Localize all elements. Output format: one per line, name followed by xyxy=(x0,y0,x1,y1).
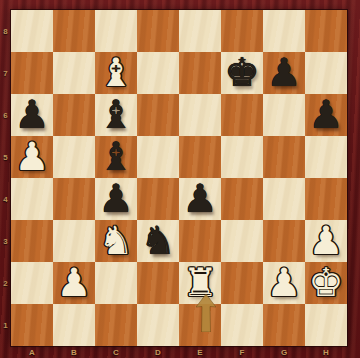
square-h6[interactable]: ♟ xyxy=(305,94,347,136)
rank-label-4: 4 xyxy=(0,178,11,220)
square-f5[interactable] xyxy=(221,136,263,178)
square-e5[interactable] xyxy=(179,136,221,178)
square-c2[interactable] xyxy=(95,262,137,304)
black-pawn[interactable]: ♟ xyxy=(179,178,221,220)
square-c6[interactable]: ♝ xyxy=(95,94,137,136)
white-pawn[interactable]: ♟ xyxy=(53,262,95,304)
square-d6[interactable] xyxy=(137,94,179,136)
square-b2[interactable]: ♟ xyxy=(53,262,95,304)
file-label-f: F xyxy=(221,346,263,358)
square-h7[interactable] xyxy=(305,52,347,94)
square-a1[interactable] xyxy=(11,304,53,346)
square-g3[interactable] xyxy=(263,220,305,262)
square-f8[interactable] xyxy=(221,10,263,52)
file-label-g: G xyxy=(263,346,305,358)
black-pawn[interactable]: ♟ xyxy=(95,178,137,220)
square-h5[interactable] xyxy=(305,136,347,178)
rank-label-1: 1 xyxy=(0,304,11,346)
square-f7[interactable]: ♚ xyxy=(221,52,263,94)
rank-label-3: 3 xyxy=(0,220,11,262)
square-f4[interactable] xyxy=(221,178,263,220)
square-d2[interactable] xyxy=(137,262,179,304)
rank-label-2: 2 xyxy=(0,262,11,304)
white-king[interactable]: ♚ xyxy=(305,262,347,304)
black-pawn[interactable]: ♟ xyxy=(263,52,305,94)
square-f2[interactable] xyxy=(221,262,263,304)
square-h2[interactable]: ♚ xyxy=(305,262,347,304)
square-c8[interactable] xyxy=(95,10,137,52)
white-knight[interactable]: ♞ xyxy=(95,220,137,262)
square-a5[interactable]: ♟ xyxy=(11,136,53,178)
square-d4[interactable] xyxy=(137,178,179,220)
square-g4[interactable] xyxy=(263,178,305,220)
square-b8[interactable] xyxy=(53,10,95,52)
square-e7[interactable] xyxy=(179,52,221,94)
square-d7[interactable] xyxy=(137,52,179,94)
file-label-c: C xyxy=(95,346,137,358)
white-pawn[interactable]: ♟ xyxy=(11,136,53,178)
chess-board[interactable]: ♝♚♟♟♝♟♟♝♟♟♞♞♟♟♜♟♚ xyxy=(11,10,347,346)
square-a7[interactable] xyxy=(11,52,53,94)
square-e6[interactable] xyxy=(179,94,221,136)
square-g7[interactable]: ♟ xyxy=(263,52,305,94)
square-h3[interactable]: ♟ xyxy=(305,220,347,262)
rank-label-7: 7 xyxy=(0,52,11,94)
white-pawn[interactable]: ♟ xyxy=(263,262,305,304)
square-h8[interactable] xyxy=(305,10,347,52)
square-h1[interactable] xyxy=(305,304,347,346)
square-h4[interactable] xyxy=(305,178,347,220)
white-pawn[interactable]: ♟ xyxy=(305,220,347,262)
black-king[interactable]: ♚ xyxy=(221,52,263,94)
black-bishop[interactable]: ♝ xyxy=(95,94,137,136)
square-c4[interactable]: ♟ xyxy=(95,178,137,220)
white-bishop[interactable]: ♝ xyxy=(95,52,137,94)
file-label-e: E xyxy=(179,346,221,358)
square-b7[interactable] xyxy=(53,52,95,94)
file-labels: ABCDEFGH xyxy=(11,346,347,358)
file-label-b: B xyxy=(53,346,95,358)
black-bishop[interactable]: ♝ xyxy=(95,136,137,178)
square-c3[interactable]: ♞ xyxy=(95,220,137,262)
move-arrow-icon xyxy=(196,294,216,332)
square-c5[interactable]: ♝ xyxy=(95,136,137,178)
file-label-d: D xyxy=(137,346,179,358)
square-b5[interactable] xyxy=(53,136,95,178)
square-c7[interactable]: ♝ xyxy=(95,52,137,94)
square-d3[interactable]: ♞ xyxy=(137,220,179,262)
square-d5[interactable] xyxy=(137,136,179,178)
square-g6[interactable] xyxy=(263,94,305,136)
square-d1[interactable] xyxy=(137,304,179,346)
square-b6[interactable] xyxy=(53,94,95,136)
square-g2[interactable]: ♟ xyxy=(263,262,305,304)
black-pawn[interactable]: ♟ xyxy=(305,94,347,136)
square-b1[interactable] xyxy=(53,304,95,346)
square-a2[interactable] xyxy=(11,262,53,304)
square-a8[interactable] xyxy=(11,10,53,52)
square-d8[interactable] xyxy=(137,10,179,52)
square-g8[interactable] xyxy=(263,10,305,52)
square-f3[interactable] xyxy=(221,220,263,262)
chessboard-frame: 87654321 ♝♚♟♟♝♟♟♝♟♟♞♞♟♟♜♟♚ ABCDEFGH xyxy=(0,0,360,358)
square-e8[interactable] xyxy=(179,10,221,52)
square-g1[interactable] xyxy=(263,304,305,346)
black-pawn[interactable]: ♟ xyxy=(11,94,53,136)
square-e3[interactable] xyxy=(179,220,221,262)
square-e4[interactable]: ♟ xyxy=(179,178,221,220)
square-a3[interactable] xyxy=(11,220,53,262)
square-b4[interactable] xyxy=(53,178,95,220)
square-b3[interactable] xyxy=(53,220,95,262)
file-label-a: A xyxy=(11,346,53,358)
rank-label-6: 6 xyxy=(0,94,11,136)
square-a4[interactable] xyxy=(11,178,53,220)
black-knight[interactable]: ♞ xyxy=(137,220,179,262)
rank-labels: 87654321 xyxy=(0,10,11,346)
square-g5[interactable] xyxy=(263,136,305,178)
square-f1[interactable] xyxy=(221,304,263,346)
rank-label-8: 8 xyxy=(0,10,11,52)
square-f6[interactable] xyxy=(221,94,263,136)
file-label-h: H xyxy=(305,346,347,358)
square-c1[interactable] xyxy=(95,304,137,346)
square-a6[interactable]: ♟ xyxy=(11,94,53,136)
rank-label-5: 5 xyxy=(0,136,11,178)
